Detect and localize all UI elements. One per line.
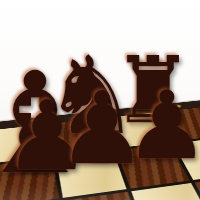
chess-set-photo: ✦❖✦ ♝♞♜♟♟♟ — [0, 0, 200, 200]
black-pawn-right[interactable]: ♟ — [125, 79, 200, 173]
piece-layer: ♝♞♜♟♟♟ — [0, 0, 200, 200]
